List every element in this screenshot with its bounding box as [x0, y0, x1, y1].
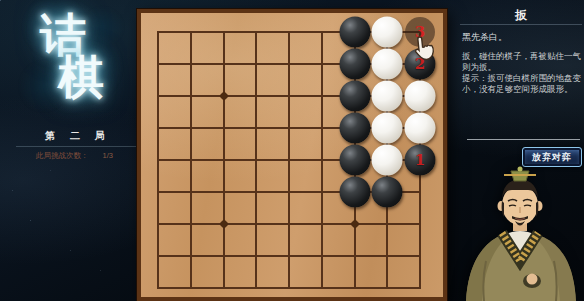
- grid-line-horizontal: [157, 287, 421, 289]
- go-stone-white: [405, 81, 436, 112]
- go-stone-white: [372, 81, 403, 112]
- grid-line-horizontal: [157, 223, 421, 225]
- move-number: 1: [415, 153, 425, 168]
- star-point: [219, 219, 229, 229]
- go-board[interactable]: 213: [137, 9, 447, 301]
- attempts-value: 1/3: [103, 151, 113, 161]
- round-label: 第 二 局: [18, 129, 138, 143]
- go-stone-white: [372, 113, 403, 144]
- panel-divider: [467, 139, 580, 140]
- grid-line-vertical: [288, 31, 290, 289]
- description-text: 扳，碰住的棋子，再被贴住一气则为扳。: [462, 51, 583, 72]
- go-stone-black: [372, 177, 403, 208]
- attempts-row: 此局挑战次数： 1/3: [36, 151, 136, 161]
- lesson-title: 扳: [458, 7, 584, 24]
- go-stone-white: [372, 49, 403, 80]
- go-stone-black: [339, 113, 370, 144]
- game-screen: 诘 棋 第 二 局 此局挑战次数： 1/3 213 扳 黑先杀白。 扳，碰住的棋…: [0, 0, 584, 301]
- grid-line-vertical: [321, 31, 323, 289]
- go-stone-white: [405, 113, 436, 144]
- puzzle-logo-char-2: 棋: [58, 54, 104, 100]
- title-divider: [460, 24, 582, 25]
- hand-cursor-icon: [409, 34, 438, 65]
- go-stone-black: 1: [405, 145, 436, 176]
- star-point: [350, 219, 360, 229]
- go-stone-white: [372, 17, 403, 48]
- go-stone-black: [339, 177, 370, 208]
- go-stone-black: [339, 49, 370, 80]
- board-grid: 213: [141, 13, 443, 297]
- attempts-label: 此局挑战次数：: [36, 151, 89, 161]
- go-stone-black: [339, 81, 370, 112]
- left-divider: [16, 146, 138, 147]
- star-point: [219, 91, 229, 101]
- go-stone-black: [339, 145, 370, 176]
- background-stars: [0, 0, 1, 1]
- go-stone-black: [339, 17, 370, 48]
- hint-text: 提示：扳可使白棋所围的地盘变小，没有足够空间形成眼形。: [462, 73, 583, 94]
- grid-line-horizontal: [157, 255, 421, 257]
- npc-portrait: [456, 161, 584, 301]
- objective-text: 黑先杀白。: [462, 32, 582, 43]
- go-stone-white: [372, 145, 403, 176]
